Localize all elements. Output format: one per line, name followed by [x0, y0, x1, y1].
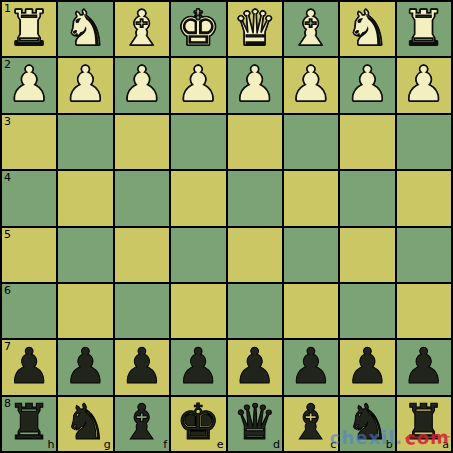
rank-label: 8 — [4, 397, 11, 410]
square-e4[interactable] — [171, 171, 225, 225]
rank-label: 4 — [4, 171, 11, 184]
square-h7[interactable]: 7♟ — [2, 340, 56, 394]
black-bishop: ♝ — [120, 398, 164, 447]
white-pawn: ♟ — [176, 60, 220, 109]
black-pawn: ♟ — [345, 342, 389, 391]
square-h1[interactable]: 1♜ — [2, 2, 56, 56]
square-e8[interactable]: e♚ — [171, 397, 225, 451]
rank-label: 6 — [4, 284, 11, 297]
white-bishop: ♝ — [289, 4, 333, 53]
square-h2[interactable]: 2♟ — [2, 58, 56, 112]
file-label: g — [104, 439, 111, 451]
square-b5[interactable] — [340, 228, 394, 282]
white-pawn: ♟ — [120, 60, 164, 109]
square-d3[interactable] — [228, 115, 282, 169]
white-rook: ♜ — [7, 4, 51, 53]
square-e7[interactable]: ♟ — [171, 340, 225, 394]
black-pawn: ♟ — [176, 342, 220, 391]
black-queen: ♛ — [233, 398, 277, 447]
square-c1[interactable]: ♝ — [284, 2, 338, 56]
black-pawn: ♟ — [289, 342, 333, 391]
square-d5[interactable] — [228, 228, 282, 282]
file-label: d — [273, 439, 280, 451]
square-a6[interactable] — [397, 284, 451, 338]
white-pawn: ♟ — [64, 60, 108, 109]
file-label: b — [386, 439, 393, 451]
rank-label: 1 — [4, 2, 11, 15]
white-pawn: ♟ — [289, 60, 333, 109]
square-a5[interactable] — [397, 228, 451, 282]
square-a4[interactable] — [397, 171, 451, 225]
square-d7[interactable]: ♟ — [228, 340, 282, 394]
square-b3[interactable] — [340, 115, 394, 169]
square-f2[interactable]: ♟ — [115, 58, 169, 112]
square-a1[interactable]: ♜ — [397, 2, 451, 56]
white-knight: ♞ — [345, 4, 389, 53]
black-king: ♚ — [176, 398, 220, 447]
black-pawn: ♟ — [233, 342, 277, 391]
file-label: h — [47, 439, 54, 451]
square-g2[interactable]: ♟ — [58, 58, 112, 112]
rank-label: 3 — [4, 115, 11, 128]
square-b8[interactable]: b♞ — [340, 397, 394, 451]
square-d4[interactable] — [228, 171, 282, 225]
square-g5[interactable] — [58, 228, 112, 282]
square-f8[interactable]: f♝ — [115, 397, 169, 451]
file-label: e — [217, 439, 224, 451]
square-b6[interactable] — [340, 284, 394, 338]
square-c7[interactable]: ♟ — [284, 340, 338, 394]
square-b2[interactable]: ♟ — [340, 58, 394, 112]
square-h6[interactable]: 6 — [2, 284, 56, 338]
square-h5[interactable]: 5 — [2, 228, 56, 282]
square-c2[interactable]: ♟ — [284, 58, 338, 112]
square-c4[interactable] — [284, 171, 338, 225]
square-e5[interactable] — [171, 228, 225, 282]
square-a3[interactable] — [397, 115, 451, 169]
square-c3[interactable] — [284, 115, 338, 169]
square-b4[interactable] — [340, 171, 394, 225]
square-g6[interactable] — [58, 284, 112, 338]
square-a7[interactable]: ♟ — [397, 340, 451, 394]
square-g1[interactable]: ♞ — [58, 2, 112, 56]
square-e6[interactable] — [171, 284, 225, 338]
white-knight: ♞ — [64, 4, 108, 53]
white-pawn: ♟ — [345, 60, 389, 109]
square-c6[interactable] — [284, 284, 338, 338]
black-bishop: ♝ — [289, 398, 333, 447]
square-c8[interactable]: c♝ — [284, 397, 338, 451]
square-g7[interactable]: ♟ — [58, 340, 112, 394]
square-f5[interactable] — [115, 228, 169, 282]
white-queen: ♛ — [233, 4, 277, 53]
square-h8[interactable]: 8h♜ — [2, 397, 56, 451]
square-f4[interactable] — [115, 171, 169, 225]
black-knight: ♞ — [345, 398, 389, 447]
chess-diagram: 1♜♞♝♚♛♝♞♜2♟♟♟♟♟♟♟♟34567♟♟♟♟♟♟♟♟8h♜g♞f♝e♚… — [0, 0, 453, 453]
square-g3[interactable] — [58, 115, 112, 169]
square-e2[interactable]: ♟ — [171, 58, 225, 112]
white-pawn: ♟ — [7, 60, 51, 109]
square-f3[interactable] — [115, 115, 169, 169]
square-g8[interactable]: g♞ — [58, 397, 112, 451]
square-c5[interactable] — [284, 228, 338, 282]
file-label: a — [442, 439, 449, 451]
chess-board: 1♜♞♝♚♛♝♞♜2♟♟♟♟♟♟♟♟34567♟♟♟♟♟♟♟♟8h♜g♞f♝e♚… — [0, 0, 453, 453]
square-e1[interactable]: ♚ — [171, 2, 225, 56]
black-pawn: ♟ — [7, 342, 51, 391]
square-d8[interactable]: d♛ — [228, 397, 282, 451]
square-h3[interactable]: 3 — [2, 115, 56, 169]
white-pawn: ♟ — [233, 60, 277, 109]
white-king: ♚ — [176, 4, 220, 53]
black-knight: ♞ — [64, 398, 108, 447]
white-rook: ♜ — [402, 4, 446, 53]
black-rook: ♜ — [7, 398, 51, 447]
rank-label: 7 — [4, 340, 11, 353]
file-label: c — [330, 439, 336, 451]
white-pawn: ♟ — [402, 60, 446, 109]
rank-label: 2 — [4, 58, 11, 71]
black-pawn: ♟ — [402, 342, 446, 391]
square-d1[interactable]: ♛ — [228, 2, 282, 56]
rank-label: 5 — [4, 228, 11, 241]
square-a8[interactable]: a♜ — [397, 397, 451, 451]
file-label: f — [163, 439, 167, 451]
black-pawn: ♟ — [64, 342, 108, 391]
square-f6[interactable] — [115, 284, 169, 338]
square-f1[interactable]: ♝ — [115, 2, 169, 56]
square-b1[interactable]: ♞ — [340, 2, 394, 56]
square-d6[interactable] — [228, 284, 282, 338]
square-d2[interactable]: ♟ — [228, 58, 282, 112]
black-pawn: ♟ — [120, 342, 164, 391]
black-rook: ♜ — [402, 398, 446, 447]
square-f7[interactable]: ♟ — [115, 340, 169, 394]
square-e3[interactable] — [171, 115, 225, 169]
white-bishop: ♝ — [120, 4, 164, 53]
square-b7[interactable]: ♟ — [340, 340, 394, 394]
square-g4[interactable] — [58, 171, 112, 225]
square-a2[interactable]: ♟ — [397, 58, 451, 112]
square-h4[interactable]: 4 — [2, 171, 56, 225]
